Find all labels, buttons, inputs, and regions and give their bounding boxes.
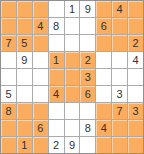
given-digit: 4 [117, 4, 123, 15]
cell-r4c5[interactable] [65, 52, 80, 68]
cell-r6c5[interactable] [65, 86, 80, 102]
cell-r9c5[interactable]: 9 [65, 137, 80, 153]
cell-r6c3[interactable] [33, 86, 48, 102]
cell-r9c7[interactable] [96, 137, 111, 153]
cell-r3c9[interactable]: 2 [128, 35, 143, 51]
given-digit: 4 [101, 123, 107, 134]
given-digit: 3 [132, 106, 138, 117]
cell-r9c4[interactable]: 2 [49, 137, 64, 153]
cell-r4c9[interactable]: 4 [128, 52, 143, 68]
given-digit: 9 [85, 4, 91, 15]
cell-r1c8[interactable]: 4 [112, 1, 127, 17]
given-digit: 1 [21, 140, 27, 151]
cell-r3c2[interactable]: 5 [17, 35, 32, 51]
cell-r3c5[interactable] [65, 35, 80, 51]
given-digit: 3 [85, 72, 91, 83]
cell-r5c9[interactable] [128, 69, 143, 85]
cell-r2c5[interactable] [65, 18, 80, 34]
cell-r1c6[interactable]: 9 [80, 1, 95, 17]
cell-r6c1[interactable]: 5 [1, 86, 16, 102]
cell-r8c3[interactable]: 6 [33, 120, 48, 136]
given-digit: 4 [53, 89, 59, 100]
cell-r9c8[interactable] [112, 137, 127, 153]
cell-r2c3[interactable]: 4 [33, 18, 48, 34]
cell-r7c8[interactable]: 7 [112, 103, 127, 119]
cell-r1c3[interactable] [33, 1, 48, 17]
cell-r9c3[interactable] [33, 137, 48, 153]
cell-r5c8[interactable] [112, 69, 127, 85]
cell-r8c4[interactable] [49, 120, 64, 136]
cell-r7c4[interactable] [49, 103, 64, 119]
cell-r8c6[interactable]: 8 [80, 120, 95, 136]
cell-r2c7[interactable]: 6 [96, 18, 111, 34]
cell-r2c9[interactable] [128, 18, 143, 34]
cell-r5c4[interactable] [49, 69, 64, 85]
given-digit: 8 [5, 106, 11, 117]
given-digit: 1 [69, 4, 75, 15]
sudoku-board: 194486752912435463873684129 [0, 0, 144, 154]
cell-r8c5[interactable] [65, 120, 80, 136]
cell-r3c7[interactable] [96, 35, 111, 51]
cell-r2c4[interactable]: 8 [49, 18, 64, 34]
cell-r4c1[interactable] [1, 52, 16, 68]
cell-r2c8[interactable] [112, 18, 127, 34]
cell-r1c4[interactable] [49, 1, 64, 17]
cell-r7c9[interactable]: 3 [128, 103, 143, 119]
given-digit: 6 [37, 123, 43, 134]
cell-r6c2[interactable] [17, 86, 32, 102]
cell-r9c6[interactable] [80, 137, 95, 153]
cell-r8c2[interactable] [17, 120, 32, 136]
cell-r7c2[interactable] [17, 103, 32, 119]
cell-r2c6[interactable] [80, 18, 95, 34]
given-digit: 2 [85, 55, 91, 66]
cell-r6c6[interactable]: 6 [80, 86, 95, 102]
given-digit: 7 [117, 106, 123, 117]
given-digit: 3 [117, 89, 123, 100]
cell-r4c2[interactable]: 9 [17, 52, 32, 68]
cell-r9c9[interactable] [128, 137, 143, 153]
given-digit: 2 [53, 140, 59, 151]
cell-r8c1[interactable] [1, 120, 16, 136]
cell-r4c8[interactable] [112, 52, 127, 68]
cell-r3c4[interactable] [49, 35, 64, 51]
cell-r4c6[interactable]: 2 [80, 52, 95, 68]
given-digit: 8 [53, 21, 59, 32]
given-digit: 1 [53, 55, 59, 66]
given-digit: 7 [5, 38, 11, 49]
cell-r3c8[interactable] [112, 35, 127, 51]
cell-r7c7[interactable] [96, 103, 111, 119]
cell-r3c3[interactable] [33, 35, 48, 51]
given-digit: 4 [37, 21, 43, 32]
cell-r8c9[interactable] [128, 120, 143, 136]
cell-r4c4[interactable]: 1 [49, 52, 64, 68]
given-digit: 5 [5, 89, 11, 100]
cell-r5c2[interactable] [17, 69, 32, 85]
cell-r1c5[interactable]: 1 [65, 1, 80, 17]
cell-r3c1[interactable]: 7 [1, 35, 16, 51]
cell-r5c7[interactable] [96, 69, 111, 85]
given-digit: 6 [85, 89, 91, 100]
cell-r9c2[interactable]: 1 [17, 137, 32, 153]
cell-r4c7[interactable] [96, 52, 111, 68]
given-digit: 6 [101, 21, 107, 32]
cell-r5c6[interactable]: 3 [80, 69, 95, 85]
given-digit: 8 [85, 123, 91, 134]
given-digit: 9 [21, 55, 27, 66]
cell-r1c1[interactable] [1, 1, 16, 17]
given-digit: 4 [132, 55, 138, 66]
cell-r3c6[interactable] [80, 35, 95, 51]
cell-r5c1[interactable] [1, 69, 16, 85]
cell-r6c7[interactable] [96, 86, 111, 102]
cell-r6c9[interactable] [128, 86, 143, 102]
cell-r5c5[interactable] [65, 69, 80, 85]
cell-r5c3[interactable] [33, 69, 48, 85]
cell-r2c1[interactable] [1, 18, 16, 34]
given-digit: 2 [132, 38, 138, 49]
cell-r2c2[interactable] [17, 18, 32, 34]
cell-r8c8[interactable] [112, 120, 127, 136]
cell-r7c5[interactable] [65, 103, 80, 119]
cell-r7c6[interactable] [80, 103, 95, 119]
given-digit: 9 [69, 140, 75, 151]
cell-r9c1[interactable] [1, 137, 16, 153]
cell-r4c3[interactable] [33, 52, 48, 68]
cell-r8c7[interactable]: 4 [96, 120, 111, 136]
cell-r6c8[interactable]: 3 [112, 86, 127, 102]
cell-r6c4[interactable]: 4 [49, 86, 64, 102]
given-digit: 5 [21, 38, 27, 49]
cell-r7c3[interactable] [33, 103, 48, 119]
cell-r1c9[interactable] [128, 1, 143, 17]
cell-r1c2[interactable] [17, 1, 32, 17]
cell-r7c1[interactable]: 8 [1, 103, 16, 119]
cell-r1c7[interactable] [96, 1, 111, 17]
